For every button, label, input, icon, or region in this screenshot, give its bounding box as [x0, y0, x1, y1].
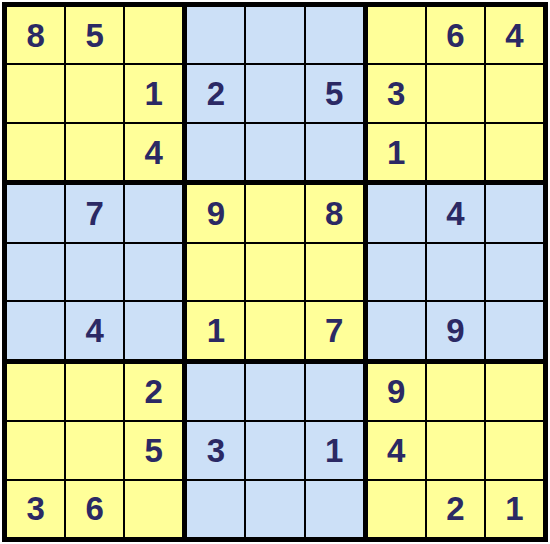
box-r2c3: 49 [368, 185, 543, 358]
cell-r9c6[interactable] [306, 481, 363, 537]
cell-r4c6[interactable]: 8 [306, 185, 363, 241]
cell-r4c8[interactable]: 4 [427, 185, 484, 241]
cell-r3c1[interactable] [7, 124, 64, 180]
cell-r7c2[interactable] [66, 364, 123, 420]
cell-r8c3[interactable]: 5 [125, 422, 182, 478]
cell-r3c5[interactable] [246, 124, 303, 180]
cell-r2c8[interactable] [427, 65, 484, 121]
cell-r7c3[interactable]: 2 [125, 364, 182, 420]
box-r2c1: 74 [7, 185, 182, 358]
sudoku-board: 8514256431749817492536319421 [2, 2, 548, 542]
cell-r7c4[interactable] [187, 364, 244, 420]
box-r1c1: 8514 [7, 7, 182, 180]
cell-r9c8[interactable]: 2 [427, 481, 484, 537]
cell-r2c4[interactable]: 2 [187, 65, 244, 121]
cell-r8c7[interactable]: 4 [368, 422, 425, 478]
cell-r8c9[interactable] [486, 422, 543, 478]
cell-r8c2[interactable] [66, 422, 123, 478]
cell-r3c4[interactable] [187, 124, 244, 180]
cell-r1c7[interactable] [368, 7, 425, 63]
cell-r5c1[interactable] [7, 244, 64, 300]
cell-r1c5[interactable] [246, 7, 303, 63]
cell-r7c1[interactable] [7, 364, 64, 420]
cell-r8c1[interactable] [7, 422, 64, 478]
cell-r8c6[interactable]: 1 [306, 422, 363, 478]
cell-r3c2[interactable] [66, 124, 123, 180]
cell-r6c7[interactable] [368, 302, 425, 358]
cell-r2c2[interactable] [66, 65, 123, 121]
cell-r4c1[interactable] [7, 185, 64, 241]
cell-r9c9[interactable]: 1 [486, 481, 543, 537]
cell-r9c4[interactable] [187, 481, 244, 537]
cell-r5c7[interactable] [368, 244, 425, 300]
cell-r3c8[interactable] [427, 124, 484, 180]
cell-r6c1[interactable] [7, 302, 64, 358]
cell-r6c5[interactable] [246, 302, 303, 358]
box-r3c3: 9421 [368, 364, 543, 537]
box-r3c1: 2536 [7, 364, 182, 537]
cell-r6c9[interactable] [486, 302, 543, 358]
cell-r9c2[interactable]: 6 [66, 481, 123, 537]
cell-r1c4[interactable] [187, 7, 244, 63]
cell-r6c3[interactable] [125, 302, 182, 358]
cell-r2c1[interactable] [7, 65, 64, 121]
cell-r7c9[interactable] [486, 364, 543, 420]
box-r3c2: 31 [187, 364, 362, 537]
cell-r5c5[interactable] [246, 244, 303, 300]
cell-r4c3[interactable] [125, 185, 182, 241]
cell-r1c3[interactable] [125, 7, 182, 63]
cell-r1c1[interactable]: 8 [7, 7, 64, 63]
cell-r3c9[interactable] [486, 124, 543, 180]
cell-r4c2[interactable]: 7 [66, 185, 123, 241]
cell-r5c8[interactable] [427, 244, 484, 300]
cell-r5c3[interactable] [125, 244, 182, 300]
cell-r9c7[interactable] [368, 481, 425, 537]
cell-r4c9[interactable] [486, 185, 543, 241]
cell-r8c4[interactable]: 3 [187, 422, 244, 478]
cell-r9c5[interactable] [246, 481, 303, 537]
cell-r6c2[interactable]: 4 [66, 302, 123, 358]
cell-r8c8[interactable] [427, 422, 484, 478]
cell-r1c2[interactable]: 5 [66, 7, 123, 63]
cell-r6c4[interactable]: 1 [187, 302, 244, 358]
cell-r5c9[interactable] [486, 244, 543, 300]
cell-r6c6[interactable]: 7 [306, 302, 363, 358]
cell-r1c6[interactable] [306, 7, 363, 63]
cell-r2c7[interactable]: 3 [368, 65, 425, 121]
cell-r2c9[interactable] [486, 65, 543, 121]
box-r1c3: 6431 [368, 7, 543, 180]
cell-r9c3[interactable] [125, 481, 182, 537]
cell-r4c7[interactable] [368, 185, 425, 241]
cell-r6c8[interactable]: 9 [427, 302, 484, 358]
cell-r3c7[interactable]: 1 [368, 124, 425, 180]
cell-r3c6[interactable] [306, 124, 363, 180]
cell-r7c6[interactable] [306, 364, 363, 420]
sudoku-grid: 8514256431749817492536319421 [7, 7, 543, 537]
cell-r7c5[interactable] [246, 364, 303, 420]
cell-r4c5[interactable] [246, 185, 303, 241]
cell-r2c5[interactable] [246, 65, 303, 121]
cell-r4c4[interactable]: 9 [187, 185, 244, 241]
cell-r1c8[interactable]: 6 [427, 7, 484, 63]
cell-r9c1[interactable]: 3 [7, 481, 64, 537]
cell-r1c9[interactable]: 4 [486, 7, 543, 63]
cell-r5c6[interactable] [306, 244, 363, 300]
cell-r7c7[interactable]: 9 [368, 364, 425, 420]
cell-r2c6[interactable]: 5 [306, 65, 363, 121]
box-r2c2: 9817 [187, 185, 362, 358]
cell-r5c4[interactable] [187, 244, 244, 300]
cell-r8c5[interactable] [246, 422, 303, 478]
cell-r3c3[interactable]: 4 [125, 124, 182, 180]
cell-r7c8[interactable] [427, 364, 484, 420]
cell-r5c2[interactable] [66, 244, 123, 300]
cell-r2c3[interactable]: 1 [125, 65, 182, 121]
box-r1c2: 25 [187, 7, 362, 180]
